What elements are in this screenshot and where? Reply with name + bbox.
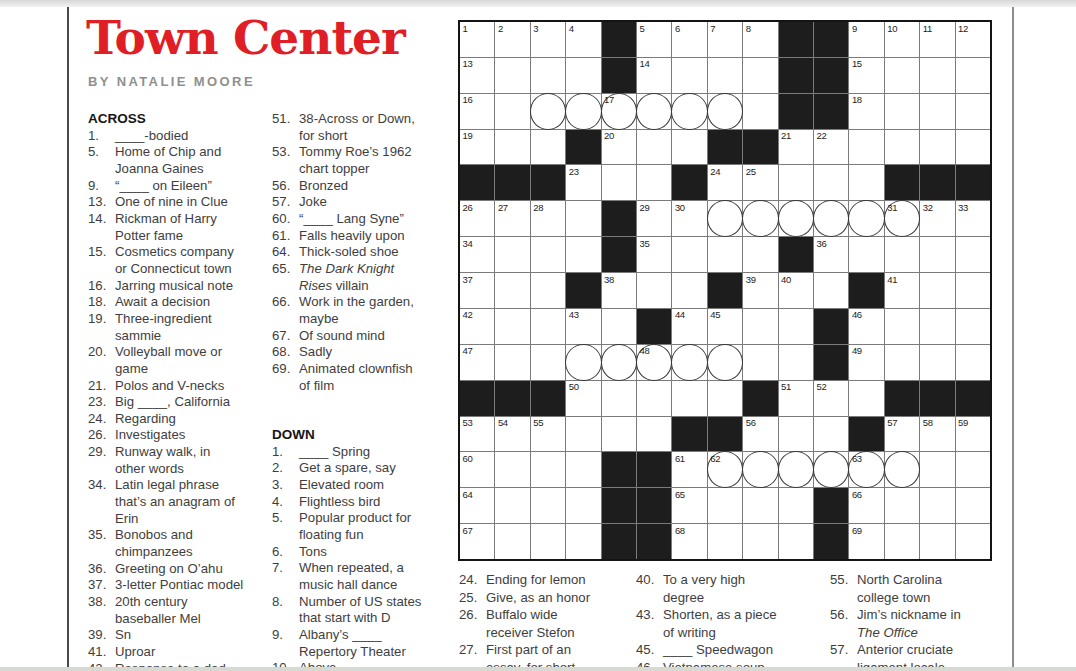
clue-number: 4. (272, 494, 283, 511)
cell-number-38: 38 (604, 274, 614, 285)
cell-number-21: 21 (781, 130, 791, 141)
cell-number-56: 56 (746, 417, 756, 428)
cell-r1c3[interactable]: 3 (531, 22, 565, 57)
cell-number-12: 12 (958, 23, 968, 34)
across-clue-51: 51.38-Across or Down, for short (272, 111, 448, 144)
across-clue-56: 56.Bronzed (272, 178, 448, 195)
clue-number: 41. (88, 644, 106, 661)
cell-r15c1[interactable]: 67 (460, 524, 494, 559)
clue-text: Jim’s nickname in The Office (857, 607, 961, 640)
cell-number-32: 32 (923, 202, 933, 213)
clue-number: 57. (272, 194, 290, 211)
cell-r2c8[interactable] (708, 58, 742, 93)
cell-number-14: 14 (640, 58, 650, 69)
across-clue-39: 39.Sn (88, 627, 264, 644)
cell-r5c6[interactable] (637, 165, 671, 200)
clue-text: Uproar (115, 644, 155, 659)
cell-r8c15[interactable] (956, 273, 990, 308)
cell-r15c2[interactable] (495, 524, 529, 559)
down-clue-40: 40.To a very high degree (636, 571, 812, 606)
cell-r14c15[interactable] (956, 488, 990, 523)
clue-text: Tommy Roe’s 1962 chart topper (299, 144, 412, 176)
cell-r8c3[interactable] (531, 273, 565, 308)
cell-r11c4[interactable]: 50 (566, 381, 600, 416)
cell-r3c8[interactable] (708, 94, 742, 129)
cell-r5c4[interactable]: 23 (566, 165, 600, 200)
black-cell-r14c11 (814, 488, 848, 523)
circle-marker (778, 451, 814, 488)
clue-text: Sadly (299, 344, 332, 359)
cell-r10c9[interactable] (743, 345, 777, 380)
cell-r3c3[interactable] (531, 94, 565, 129)
black-cell-r5c3 (531, 165, 565, 200)
cell-r13c13[interactable] (885, 452, 919, 487)
circle-marker (742, 200, 778, 237)
cell-r14c14[interactable] (920, 488, 954, 523)
clue-number: 35. (88, 527, 106, 544)
clue-text: ____-bodied (115, 128, 188, 143)
cell-r11c8[interactable] (708, 381, 742, 416)
cell-r14c4[interactable] (566, 488, 600, 523)
cell-r12c1[interactable]: 53 (460, 417, 494, 452)
cell-r10c13[interactable] (885, 345, 919, 380)
page-bottom-edge (0, 667, 1076, 671)
cell-r9c4[interactable]: 43 (566, 309, 600, 344)
cell-number-62: 62 (710, 453, 720, 464)
cell-r6c9[interactable] (743, 201, 777, 236)
cell-r9c7[interactable]: 44 (672, 309, 706, 344)
cell-number-7: 7 (710, 23, 715, 34)
cell-r10c4[interactable] (566, 345, 600, 380)
cell-r8c10[interactable]: 40 (779, 273, 813, 308)
cell-r14c2[interactable] (495, 488, 529, 523)
cell-r6c10[interactable] (779, 201, 813, 236)
cell-r3c12[interactable]: 18 (849, 94, 883, 129)
cell-r6c12[interactable] (849, 201, 883, 236)
cell-r9c3[interactable] (531, 309, 565, 344)
cell-r4c3[interactable] (531, 130, 565, 165)
cell-r13c2[interactable] (495, 452, 529, 487)
cell-r14c10[interactable] (779, 488, 813, 523)
clue-text: Regarding (115, 411, 176, 426)
cell-r10c10[interactable] (779, 345, 813, 380)
cell-r15c14[interactable] (920, 524, 954, 559)
cell-r4c12[interactable] (849, 130, 883, 165)
cell-r3c7[interactable] (672, 94, 706, 129)
cell-r4c11[interactable]: 22 (814, 130, 848, 165)
cell-r6c14[interactable]: 32 (920, 201, 954, 236)
cell-number-10: 10 (887, 23, 897, 34)
down-clue-5: 5.Popular product for floating fun (272, 510, 448, 543)
cell-r1c6[interactable]: 5 (637, 22, 671, 57)
cell-r11c5[interactable] (602, 381, 636, 416)
clue-number: 65. (272, 261, 290, 278)
cell-r6c6[interactable]: 29 (637, 201, 671, 236)
cell-r1c7[interactable]: 6 (672, 22, 706, 57)
across-clue-23: 23.Big ____, California (88, 394, 264, 411)
cell-r15c15[interactable] (956, 524, 990, 559)
cell-r4c6[interactable] (637, 130, 671, 165)
clue-text: Rickman of Harry Potter fame (115, 211, 217, 243)
cell-r15c8[interactable] (708, 524, 742, 559)
clue-text: Thick-soled shoe (299, 244, 399, 259)
across-clue-35: 35.Bonobos and chimpanzees (88, 527, 264, 560)
cell-number-46: 46 (852, 309, 862, 320)
cell-r9c5[interactable] (602, 309, 636, 344)
cell-r2c14[interactable] (920, 58, 954, 93)
cell-r7c7[interactable] (672, 237, 706, 272)
cell-number-48: 48 (640, 345, 650, 356)
across-clue-36: 36.Greeting on O’ahu (88, 561, 264, 578)
cell-r10c6[interactable]: 48 (637, 345, 671, 380)
black-cell-r11c13 (885, 381, 919, 416)
cell-r12c9[interactable]: 56 (743, 417, 777, 452)
cell-r15c7[interactable]: 68 (672, 524, 706, 559)
cell-r1c12[interactable]: 9 (849, 22, 883, 57)
black-cell-r4c8 (708, 130, 742, 165)
cell-r14c13[interactable] (885, 488, 919, 523)
cell-r13c14[interactable] (920, 452, 954, 487)
cell-r13c12[interactable]: 63 (849, 452, 883, 487)
cell-r3c2[interactable] (495, 94, 529, 129)
black-cell-r8c8 (708, 273, 742, 308)
cell-r9c15[interactable] (956, 309, 990, 344)
clue-number: 20. (88, 344, 106, 361)
cell-r9c1[interactable]: 42 (460, 309, 494, 344)
cell-r12c6[interactable] (637, 417, 671, 452)
cell-r4c13[interactable] (885, 130, 919, 165)
cell-r10c12[interactable]: 49 (849, 345, 883, 380)
cell-r13c7[interactable]: 61 (672, 452, 706, 487)
cell-r11c11[interactable]: 52 (814, 381, 848, 416)
cell-r2c7[interactable] (672, 58, 706, 93)
cell-r12c11[interactable] (814, 417, 848, 452)
clue-number: 56. (830, 606, 848, 624)
clue-number: 15. (88, 244, 106, 261)
black-cell-r1c5 (602, 22, 636, 57)
clue-number: 40. (636, 571, 654, 589)
clue-text: Bronzed (299, 178, 348, 193)
cell-r10c7[interactable] (672, 345, 706, 380)
cell-r1c2[interactable]: 2 (495, 22, 529, 57)
cell-r5c5[interactable] (602, 165, 636, 200)
across-clue-24: 24.Regarding (88, 411, 264, 428)
cell-number-20: 20 (604, 130, 614, 141)
cell-r3c6[interactable] (637, 94, 671, 129)
cell-r7c1[interactable]: 34 (460, 237, 494, 272)
cell-r2c1[interactable]: 13 (460, 58, 494, 93)
cell-r6c11[interactable] (814, 201, 848, 236)
cell-r1c1[interactable]: 1 (460, 22, 494, 57)
down-header: DOWN (272, 427, 448, 444)
clue-text: Jarring musical note (115, 278, 233, 293)
cell-r5c12[interactable] (849, 165, 883, 200)
cell-r2c12[interactable]: 15 (849, 58, 883, 93)
across-clue-14: 14.Rickman of Harry Potter fame (88, 211, 264, 244)
cell-r1c9[interactable]: 8 (743, 22, 777, 57)
clue-text: Buffalo wide receiver Stefon (486, 607, 575, 640)
cell-r13c4[interactable] (566, 452, 600, 487)
cell-r9c9[interactable] (743, 309, 777, 344)
clue-number: 37. (88, 577, 106, 594)
cell-number-47: 47 (463, 345, 473, 356)
black-cell-r5c14 (920, 165, 954, 200)
cell-r10c3[interactable] (531, 345, 565, 380)
cell-r8c9[interactable]: 39 (743, 273, 777, 308)
cell-r6c13[interactable]: 31 (885, 201, 919, 236)
cell-r4c10[interactable]: 21 (779, 130, 813, 165)
cell-r8c13[interactable]: 41 (885, 273, 919, 308)
cell-r6c7[interactable]: 30 (672, 201, 706, 236)
clue-number: 34. (88, 477, 106, 494)
clue-text: One of nine in Clue (115, 194, 228, 209)
down-clue-7: 7.When repeated, a music hall dance (272, 560, 448, 593)
cell-number-19: 19 (463, 130, 473, 141)
cell-r10c15[interactable] (956, 345, 990, 380)
cell-r4c1[interactable]: 19 (460, 130, 494, 165)
cell-r14c7[interactable]: 65 (672, 488, 706, 523)
cell-number-26: 26 (463, 202, 473, 213)
clue-text: Bonobos and chimpanzees (115, 527, 193, 559)
cell-number-44: 44 (675, 309, 685, 320)
clue-number: 56. (272, 178, 290, 195)
cell-r9c2[interactable] (495, 309, 529, 344)
cell-r2c2[interactable] (495, 58, 529, 93)
cell-r12c3[interactable]: 55 (531, 417, 565, 452)
cell-r8c1[interactable]: 37 (460, 273, 494, 308)
cell-number-3: 3 (533, 23, 538, 34)
cell-r13c8[interactable]: 62 (708, 452, 742, 487)
across-clue-20: 20.Volleyball move or game (88, 344, 264, 377)
cell-r3c15[interactable] (956, 94, 990, 129)
cell-r11c10[interactable]: 51 (779, 381, 813, 416)
cell-r12c4[interactable] (566, 417, 600, 452)
cell-r1c4[interactable]: 4 (566, 22, 600, 57)
cell-r7c13[interactable] (885, 237, 919, 272)
cell-r12c2[interactable]: 54 (495, 417, 529, 452)
cell-r4c15[interactable] (956, 130, 990, 165)
clue-number: 19. (88, 311, 106, 328)
cell-r5c8[interactable]: 24 (708, 165, 742, 200)
cell-r14c3[interactable] (531, 488, 565, 523)
clue-number: 60. (272, 211, 290, 228)
cell-r9c12[interactable]: 46 (849, 309, 883, 344)
clue-number: 8. (272, 594, 283, 611)
cell-number-16: 16 (463, 94, 473, 105)
circle-marker (884, 451, 920, 488)
cell-r6c8[interactable] (708, 201, 742, 236)
cell-number-67: 67 (463, 525, 473, 536)
cell-number-15: 15 (852, 58, 862, 69)
cell-r12c5[interactable] (602, 417, 636, 452)
cell-r7c8[interactable] (708, 237, 742, 272)
cell-r7c15[interactable] (956, 237, 990, 272)
cell-r14c8[interactable] (708, 488, 742, 523)
clue-text: Runway walk, in other words (115, 444, 210, 476)
cell-r15c13[interactable] (885, 524, 919, 559)
black-cell-r12c7 (672, 417, 706, 452)
cell-r11c6[interactable] (637, 381, 671, 416)
cell-r11c7[interactable] (672, 381, 706, 416)
cell-r14c9[interactable] (743, 488, 777, 523)
cell-r1c8[interactable]: 7 (708, 22, 742, 57)
clue-text: The Dark Knight Rises villain (299, 261, 394, 293)
cell-r13c15[interactable] (956, 452, 990, 487)
cell-r9c8[interactable]: 45 (708, 309, 742, 344)
across-clue-19: 19.Three-ingredient sammie (88, 311, 264, 344)
cell-number-18: 18 (852, 94, 862, 105)
cell-r8c5[interactable]: 38 (602, 273, 636, 308)
cell-r13c1[interactable]: 60 (460, 452, 494, 487)
cell-r13c11[interactable] (814, 452, 848, 487)
cell-r10c1[interactable]: 47 (460, 345, 494, 380)
cell-r15c10[interactable] (779, 524, 813, 559)
cell-r2c4[interactable] (566, 58, 600, 93)
cell-r14c12[interactable]: 66 (849, 488, 883, 523)
across-clue-64: 64.Thick-soled shoe (272, 244, 448, 261)
circle-marker (742, 451, 778, 488)
cell-r15c4[interactable] (566, 524, 600, 559)
cell-number-49: 49 (852, 345, 862, 356)
cell-number-11: 11 (923, 23, 932, 34)
cell-r7c6[interactable]: 35 (637, 237, 671, 272)
cell-r3c9[interactable] (743, 94, 777, 129)
cell-r4c7[interactable] (672, 130, 706, 165)
cell-r6c15[interactable]: 33 (956, 201, 990, 236)
cell-r3c13[interactable] (885, 94, 919, 129)
down-clues-bottom-column-3: 55.North Carolina college town56.Jim’s n… (830, 571, 1006, 671)
across-clue-21: 21.Polos and V-necks (88, 378, 264, 395)
cell-number-66: 66 (852, 489, 862, 500)
cell-r2c3[interactable] (531, 58, 565, 93)
cell-r6c1[interactable]: 26 (460, 201, 494, 236)
across-clue-65: 65.The Dark Knight Rises villain (272, 261, 448, 294)
cell-r4c5[interactable]: 20 (602, 130, 636, 165)
cell-r1c13[interactable]: 10 (885, 22, 919, 57)
cell-r10c8[interactable] (708, 345, 742, 380)
cell-r11c12[interactable] (849, 381, 883, 416)
cell-r10c5[interactable] (602, 345, 636, 380)
cell-r10c2[interactable] (495, 345, 529, 380)
cell-r1c15[interactable]: 12 (956, 22, 990, 57)
cell-r9c10[interactable] (779, 309, 813, 344)
cell-r15c12[interactable]: 69 (849, 524, 883, 559)
black-cell-r7c10 (779, 237, 813, 272)
down-clue-list-continued-3: 55.North Carolina college town56.Jim’s n… (830, 571, 1006, 671)
cell-r12c15[interactable]: 59 (956, 417, 990, 452)
cell-number-58: 58 (923, 417, 933, 428)
black-cell-r13c6 (637, 452, 671, 487)
cell-r3c14[interactable] (920, 94, 954, 129)
down-clue-45: 45.____ Speedwagon (636, 641, 812, 659)
cell-r7c9[interactable] (743, 237, 777, 272)
down-clue-3: 3.Elevated room (272, 477, 448, 494)
clue-number: 64. (272, 244, 290, 261)
cell-r3c4[interactable] (566, 94, 600, 129)
cell-r3c1[interactable]: 16 (460, 94, 494, 129)
puzzle-byline: BY NATALIE MOORE (88, 74, 255, 89)
black-cell-r10c11 (814, 345, 848, 380)
black-cell-r14c6 (637, 488, 671, 523)
clue-number: 51. (272, 111, 290, 128)
cell-r7c14[interactable] (920, 237, 954, 272)
cell-r1c14[interactable]: 11 (920, 22, 954, 57)
cell-r12c14[interactable]: 58 (920, 417, 954, 452)
cell-number-36: 36 (817, 238, 827, 249)
cell-r7c4[interactable] (566, 237, 600, 272)
cell-r13c9[interactable] (743, 452, 777, 487)
across-clue-41: 41.Uproar (88, 644, 264, 661)
cell-r13c10[interactable] (779, 452, 813, 487)
cell-r5c11[interactable] (814, 165, 848, 200)
cell-number-6: 6 (675, 23, 680, 34)
black-cell-r5c1 (460, 165, 494, 200)
cell-r2c15[interactable] (956, 58, 990, 93)
clue-text: Ending for lemon (486, 572, 586, 587)
cell-number-24: 24 (710, 166, 720, 177)
cell-r4c2[interactable] (495, 130, 529, 165)
cell-r7c3[interactable] (531, 237, 565, 272)
cell-r6c2[interactable]: 27 (495, 201, 529, 236)
cell-r10c14[interactable] (920, 345, 954, 380)
cell-r12c13[interactable]: 57 (885, 417, 919, 452)
clue-text: Get a spare, say (299, 460, 396, 475)
cell-number-37: 37 (463, 274, 473, 285)
cell-r9c14[interactable] (920, 309, 954, 344)
cell-r5c9[interactable]: 25 (743, 165, 777, 200)
cell-r5c10[interactable] (779, 165, 813, 200)
cell-r4c14[interactable] (920, 130, 954, 165)
cell-r8c14[interactable] (920, 273, 954, 308)
cell-r15c3[interactable] (531, 524, 565, 559)
cell-r7c2[interactable] (495, 237, 529, 272)
cell-number-65: 65 (675, 489, 685, 500)
cell-r2c13[interactable] (885, 58, 919, 93)
cell-number-50: 50 (569, 381, 579, 392)
cell-r8c7[interactable] (672, 273, 706, 308)
cell-r6c3[interactable]: 28 (531, 201, 565, 236)
cell-r7c11[interactable]: 36 (814, 237, 848, 272)
cell-r14c1[interactable]: 64 (460, 488, 494, 523)
across-clue-61: 61.Falls heavily upon (272, 228, 448, 245)
clue-text: 20th century baseballer Mel (115, 594, 201, 626)
page-left-border (67, 0, 69, 671)
down-clue-8: 8.Number of US states that start with D (272, 594, 448, 627)
across-clue-18: 18.Await a decision (88, 294, 264, 311)
black-cell-r11c14 (920, 381, 954, 416)
cell-r7c12[interactable] (849, 237, 883, 272)
cell-r3c5[interactable]: 17 (602, 94, 636, 129)
cell-r6c4[interactable] (566, 201, 600, 236)
cell-r8c2[interactable] (495, 273, 529, 308)
cell-r8c6[interactable] (637, 273, 671, 308)
cell-r2c9[interactable] (743, 58, 777, 93)
cell-r13c3[interactable] (531, 452, 565, 487)
cell-number-9: 9 (852, 23, 857, 34)
down-clue-1: 1.____ Spring (272, 444, 448, 461)
cell-r9c13[interactable] (885, 309, 919, 344)
cell-number-51: 51 (781, 381, 791, 392)
cell-number-33: 33 (958, 202, 968, 213)
cell-r2c6[interactable]: 14 (637, 58, 671, 93)
cell-r8c11[interactable] (814, 273, 848, 308)
black-cell-r11c3 (531, 381, 565, 416)
cell-r15c9[interactable] (743, 524, 777, 559)
black-cell-r15c6 (637, 524, 671, 559)
cell-r12c10[interactable] (779, 417, 813, 452)
clue-number: 1. (272, 444, 283, 461)
circle-marker (848, 200, 884, 237)
